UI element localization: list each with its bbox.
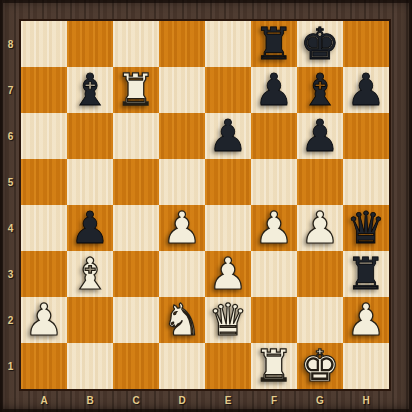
square-e7[interactable] xyxy=(205,67,251,113)
square-c6[interactable] xyxy=(113,113,159,159)
piece-black-pawn[interactable]: ♟ xyxy=(300,113,339,159)
square-g2[interactable] xyxy=(297,297,343,343)
rank-label-7: 7 xyxy=(0,67,21,113)
square-h8[interactable] xyxy=(343,21,389,67)
square-b8[interactable] xyxy=(67,21,113,67)
square-a5[interactable] xyxy=(21,159,67,205)
piece-white-pawn[interactable]: ♟ xyxy=(254,205,293,251)
chess-board-frame: 87654321 ♜♚♝♜♟♝♟♟♟♟♟♟♟♛♝♟♜♟♞♛♟♜♚ ABCDEFG… xyxy=(0,0,412,412)
square-c2[interactable] xyxy=(113,297,159,343)
square-e1[interactable] xyxy=(205,343,251,389)
piece-white-king[interactable]: ♚ xyxy=(300,343,339,389)
file-label-a: A xyxy=(21,389,67,412)
square-c5[interactable] xyxy=(113,159,159,205)
square-h3[interactable]: ♜ xyxy=(343,251,389,297)
square-b5[interactable] xyxy=(67,159,113,205)
rank-label-2: 2 xyxy=(0,297,21,343)
file-label-c: C xyxy=(113,389,159,412)
square-g7[interactable]: ♝ xyxy=(297,67,343,113)
square-h2[interactable]: ♟ xyxy=(343,297,389,343)
piece-white-queen[interactable]: ♛ xyxy=(208,297,247,343)
file-label-d: D xyxy=(159,389,205,412)
file-labels: ABCDEFGH xyxy=(21,389,389,412)
rank-label-1: 1 xyxy=(0,343,21,389)
piece-white-pawn[interactable]: ♟ xyxy=(24,297,63,343)
square-e6[interactable]: ♟ xyxy=(205,113,251,159)
piece-white-bishop[interactable]: ♝ xyxy=(70,251,109,297)
piece-black-rook[interactable]: ♜ xyxy=(254,21,293,67)
square-a4[interactable] xyxy=(21,205,67,251)
square-e4[interactable] xyxy=(205,205,251,251)
square-c1[interactable] xyxy=(113,343,159,389)
square-b1[interactable] xyxy=(67,343,113,389)
square-g6[interactable]: ♟ xyxy=(297,113,343,159)
square-g1[interactable]: ♚ xyxy=(297,343,343,389)
square-c8[interactable] xyxy=(113,21,159,67)
rank-label-6: 6 xyxy=(0,113,21,159)
square-h6[interactable] xyxy=(343,113,389,159)
piece-white-pawn[interactable]: ♟ xyxy=(208,251,247,297)
piece-white-knight[interactable]: ♞ xyxy=(162,297,201,343)
piece-white-pawn[interactable]: ♟ xyxy=(346,297,385,343)
file-label-b: B xyxy=(67,389,113,412)
square-b3[interactable]: ♝ xyxy=(67,251,113,297)
piece-white-rook[interactable]: ♜ xyxy=(254,343,293,389)
square-g3[interactable] xyxy=(297,251,343,297)
rank-label-3: 3 xyxy=(0,251,21,297)
square-b4[interactable]: ♟ xyxy=(67,205,113,251)
square-f8[interactable]: ♜ xyxy=(251,21,297,67)
square-a2[interactable]: ♟ xyxy=(21,297,67,343)
square-g5[interactable] xyxy=(297,159,343,205)
square-d4[interactable]: ♟ xyxy=(159,205,205,251)
square-e8[interactable] xyxy=(205,21,251,67)
piece-black-king[interactable]: ♚ xyxy=(300,21,339,67)
file-label-h: H xyxy=(343,389,389,412)
square-d8[interactable] xyxy=(159,21,205,67)
square-f6[interactable] xyxy=(251,113,297,159)
square-d2[interactable]: ♞ xyxy=(159,297,205,343)
square-f3[interactable] xyxy=(251,251,297,297)
rank-label-5: 5 xyxy=(0,159,21,205)
square-f1[interactable]: ♜ xyxy=(251,343,297,389)
square-c3[interactable] xyxy=(113,251,159,297)
square-d1[interactable] xyxy=(159,343,205,389)
square-h1[interactable] xyxy=(343,343,389,389)
square-e2[interactable]: ♛ xyxy=(205,297,251,343)
piece-black-pawn[interactable]: ♟ xyxy=(254,67,293,113)
square-e3[interactable]: ♟ xyxy=(205,251,251,297)
square-b6[interactable] xyxy=(67,113,113,159)
square-h7[interactable]: ♟ xyxy=(343,67,389,113)
piece-black-pawn[interactable]: ♟ xyxy=(346,67,385,113)
square-a1[interactable] xyxy=(21,343,67,389)
piece-black-bishop[interactable]: ♝ xyxy=(70,67,109,113)
square-a3[interactable] xyxy=(21,251,67,297)
piece-white-pawn[interactable]: ♟ xyxy=(300,205,339,251)
square-b2[interactable] xyxy=(67,297,113,343)
file-label-g: G xyxy=(297,389,343,412)
piece-black-pawn[interactable]: ♟ xyxy=(70,205,109,251)
rank-labels: 87654321 xyxy=(0,21,21,389)
square-a6[interactable] xyxy=(21,113,67,159)
square-b7[interactable]: ♝ xyxy=(67,67,113,113)
piece-black-pawn[interactable]: ♟ xyxy=(208,113,247,159)
square-a8[interactable] xyxy=(21,21,67,67)
piece-white-pawn[interactable]: ♟ xyxy=(162,205,201,251)
square-f2[interactable] xyxy=(251,297,297,343)
file-label-e: E xyxy=(205,389,251,412)
square-d6[interactable] xyxy=(159,113,205,159)
chess-board: ♜♚♝♜♟♝♟♟♟♟♟♟♟♛♝♟♜♟♞♛♟♜♚ xyxy=(21,21,389,389)
square-d3[interactable] xyxy=(159,251,205,297)
square-f7[interactable]: ♟ xyxy=(251,67,297,113)
square-e5[interactable] xyxy=(205,159,251,205)
piece-white-rook[interactable]: ♜ xyxy=(116,67,155,113)
piece-black-rook[interactable]: ♜ xyxy=(346,251,385,297)
piece-black-bishop[interactable]: ♝ xyxy=(300,67,339,113)
square-g8[interactable]: ♚ xyxy=(297,21,343,67)
square-h5[interactable] xyxy=(343,159,389,205)
square-c7[interactable]: ♜ xyxy=(113,67,159,113)
square-f5[interactable] xyxy=(251,159,297,205)
square-d5[interactable] xyxy=(159,159,205,205)
square-a7[interactable] xyxy=(21,67,67,113)
square-c4[interactable] xyxy=(113,205,159,251)
square-d7[interactable] xyxy=(159,67,205,113)
square-g4[interactable]: ♟ xyxy=(297,205,343,251)
piece-black-queen[interactable]: ♛ xyxy=(346,205,385,251)
file-label-f: F xyxy=(251,389,297,412)
rank-label-8: 8 xyxy=(0,21,21,67)
square-h4[interactable]: ♛ xyxy=(343,205,389,251)
rank-label-4: 4 xyxy=(0,205,21,251)
square-f4[interactable]: ♟ xyxy=(251,205,297,251)
